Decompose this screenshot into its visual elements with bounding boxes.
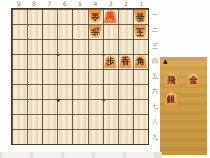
rank-label: 五: [150, 69, 160, 84]
file-label: 8: [26, 0, 41, 8]
file-label: 4: [88, 0, 103, 8]
star-point: [57, 53, 60, 56]
rank-label: 六: [150, 84, 160, 99]
piece-sente-3四[interactable]: 歩: [104, 55, 117, 69]
piece-gote-4一[interactable]: 金: [89, 10, 102, 24]
file-label: 3: [103, 0, 118, 8]
file-label: 7: [42, 0, 57, 8]
star-point: [102, 99, 105, 102]
rank-label: 九: [150, 130, 160, 145]
rank-coordinates: 一二三四五六七八九: [150, 8, 160, 145]
rank-label: 八: [150, 115, 160, 130]
toolbar-button[interactable]: [2, 152, 30, 158]
toolbar-button[interactable]: [33, 152, 61, 158]
board[interactable]: 金馬香歩玉歩香角: [11, 8, 149, 145]
rank-label: 七: [150, 99, 160, 114]
shogi-app: 987654321 一二三四五六七八九 金馬香歩玉歩香角 ▲ 飛金銀: [0, 0, 210, 158]
piece-gote-4二[interactable]: 歩: [89, 25, 102, 39]
board-gridlines: [12, 9, 148, 144]
sente-hand-tray: ▲ 飛金銀: [160, 57, 207, 155]
star-point: [57, 99, 60, 102]
sente-marker: ▲: [163, 58, 168, 64]
file-label: 5: [72, 0, 87, 8]
rank-label: 四: [150, 54, 160, 69]
rank-label: 二: [150, 23, 160, 38]
toolbar-button[interactable]: [126, 152, 154, 158]
hand-piece-金[interactable]: 金: [187, 73, 200, 87]
hand-piece-飛[interactable]: 飛: [165, 73, 178, 87]
toolbar-button[interactable]: [64, 152, 92, 158]
file-label: 1: [134, 0, 149, 8]
piece-gote-1一[interactable]: 香: [134, 10, 147, 24]
file-coordinates: 987654321: [11, 0, 149, 8]
rank-label: 一: [150, 8, 160, 23]
piece-sente-3一[interactable]: 馬: [104, 10, 117, 24]
piece-sente-1四[interactable]: 角: [134, 55, 147, 69]
file-label: 6: [57, 0, 72, 8]
star-point: [102, 53, 105, 56]
rank-label: 三: [150, 38, 160, 53]
player-toolbar: [0, 152, 162, 158]
file-label: 2: [118, 0, 133, 8]
toolbar-button[interactable]: [95, 152, 123, 158]
piece-gote-1二[interactable]: 玉: [134, 25, 147, 39]
hand-piece-銀[interactable]: 銀: [165, 92, 178, 106]
piece-sente-2四[interactable]: 香: [119, 55, 132, 69]
file-label: 9: [11, 0, 26, 8]
